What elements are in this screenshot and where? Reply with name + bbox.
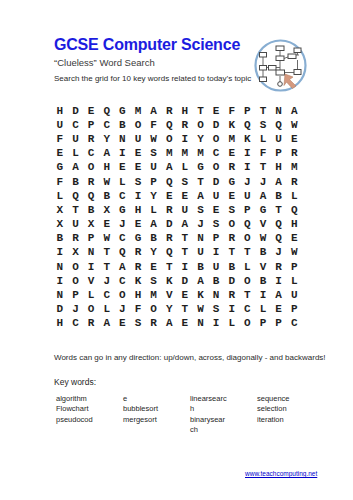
- key-word: Flowchart: [56, 404, 123, 414]
- grid-cell: T: [177, 303, 193, 317]
- grid-cell: O: [146, 303, 162, 317]
- grid-cell: L: [177, 161, 193, 175]
- grid-cell: E: [161, 189, 177, 203]
- grid-cell: W: [286, 118, 302, 132]
- grid-cell: A: [271, 288, 287, 302]
- grid-cell: A: [271, 175, 287, 189]
- grid-cell: X: [99, 203, 115, 217]
- grid-cell: U: [68, 132, 84, 146]
- grid-cell: I: [52, 246, 68, 260]
- grid-cell: U: [208, 260, 224, 274]
- grid-cell: E: [99, 218, 115, 232]
- grid-cell: U: [130, 132, 146, 146]
- grid-cell: R: [271, 260, 287, 274]
- grid-cell: O: [68, 274, 84, 288]
- grid-cell: A: [286, 104, 302, 118]
- grid-cell: E: [130, 218, 146, 232]
- grid-cell: O: [130, 118, 146, 132]
- page-title: GCSE Computer Science: [54, 36, 240, 54]
- grid-cell: K: [161, 274, 177, 288]
- grid-cell: T: [224, 246, 240, 260]
- grid-cell: A: [161, 317, 177, 331]
- grid-cell: P: [286, 303, 302, 317]
- page-subtitle: “Clueless” Word Search: [54, 57, 155, 68]
- grid-cell: L: [68, 147, 84, 161]
- grid-cell: E: [83, 104, 99, 118]
- grid-cell: F: [146, 118, 162, 132]
- grid-cell: T: [99, 246, 115, 260]
- grid-cell: U: [68, 218, 84, 232]
- grid-cell: S: [146, 274, 162, 288]
- grid-cell: B: [68, 175, 84, 189]
- grid-cell: G: [52, 161, 68, 175]
- grid-cell: S: [224, 203, 240, 217]
- worksheet-page: GCSE Computer Science “Clueless” Word Se…: [0, 0, 353, 500]
- grid-cell: W: [99, 232, 115, 246]
- grid-cell: A: [146, 104, 162, 118]
- grid-cell: B: [115, 118, 131, 132]
- grid-cell: Y: [161, 303, 177, 317]
- grid-cell: P: [271, 147, 287, 161]
- grid-cell: R: [161, 104, 177, 118]
- grid-cell: C: [83, 147, 99, 161]
- grid-cell: T: [240, 288, 256, 302]
- grid-cell: M: [130, 104, 146, 118]
- instruction-text: Search the grid for 10 key words related…: [54, 74, 251, 83]
- grid-cell: M: [177, 147, 193, 161]
- grid-cell: I: [224, 303, 240, 317]
- grid-cell: E: [224, 147, 240, 161]
- grid-cell: R: [68, 232, 84, 246]
- grid-cell: S: [130, 317, 146, 331]
- grid-cell: T: [193, 175, 209, 189]
- grid-cell: E: [208, 104, 224, 118]
- grid-cell: R: [161, 232, 177, 246]
- grid-cell: J: [115, 303, 131, 317]
- grid-cell: D: [208, 118, 224, 132]
- grid-cell: A: [255, 189, 271, 203]
- key-word: binarysear: [190, 415, 257, 425]
- grid-cell: W: [193, 303, 209, 317]
- grid-cell: A: [99, 317, 115, 331]
- grid-cell: Q: [240, 218, 256, 232]
- grid-cell: V: [255, 218, 271, 232]
- key-word: h: [190, 404, 257, 414]
- grid-cell: U: [177, 203, 193, 217]
- grid-cell: E: [286, 232, 302, 246]
- grid-cell: H: [130, 288, 146, 302]
- grid-cell: D: [177, 274, 193, 288]
- grid-cell: X: [83, 218, 99, 232]
- grid-cell: A: [115, 260, 131, 274]
- grid-cell: P: [83, 232, 99, 246]
- grid-cell: I: [271, 274, 287, 288]
- grid-cell: I: [115, 147, 131, 161]
- key-word: ch: [190, 425, 257, 435]
- grid-cell: P: [255, 317, 271, 331]
- grid-cell: T: [177, 232, 193, 246]
- grid-cell: G: [193, 161, 209, 175]
- grid-cell: I: [240, 161, 256, 175]
- grid-cell: P: [271, 317, 287, 331]
- grid-cell: S: [177, 175, 193, 189]
- key-word: e: [123, 394, 190, 404]
- grid-cell: U: [240, 189, 256, 203]
- grid-cell: O: [83, 303, 99, 317]
- grid-cell: S: [130, 175, 146, 189]
- grid-cell: N: [193, 232, 209, 246]
- grid-cell: E: [115, 317, 131, 331]
- grid-cell: M: [286, 161, 302, 175]
- grid-cell: T: [177, 246, 193, 260]
- grid-cell: I: [177, 132, 193, 146]
- grid-cell: T: [255, 104, 271, 118]
- grid-cell: G: [255, 203, 271, 217]
- key-word: sequence: [257, 394, 324, 404]
- key-words-list: algorithmFlowchartpseudocodebubblesortme…: [56, 394, 326, 436]
- grid-cell: D: [52, 303, 68, 317]
- key-words-column: linearsearchbinarysearch: [190, 394, 257, 436]
- grid-cell: J: [115, 218, 131, 232]
- grid-cell: P: [240, 104, 256, 118]
- grid-cell: A: [193, 274, 209, 288]
- grid-cell: Q: [286, 203, 302, 217]
- grid-cell: F: [52, 175, 68, 189]
- grid-cell: H: [52, 104, 68, 118]
- grid-cell: R: [286, 175, 302, 189]
- grid-cell: A: [177, 218, 193, 232]
- grid-cell: E: [52, 147, 68, 161]
- grid-cell: K: [240, 132, 256, 146]
- grid-cell: O: [208, 132, 224, 146]
- grid-cell: E: [224, 189, 240, 203]
- grid-cell: J: [68, 303, 84, 317]
- grid-cell: R: [161, 203, 177, 217]
- grid-cell: U: [146, 161, 162, 175]
- grid-cell: A: [68, 161, 84, 175]
- grid-cell: L: [52, 189, 68, 203]
- grid-cell: E: [130, 147, 146, 161]
- grid-cell: B: [255, 246, 271, 260]
- grid-cell: S: [208, 218, 224, 232]
- grid-cell: I: [83, 260, 99, 274]
- grid-cell: Q: [271, 118, 287, 132]
- grid-cell: O: [83, 161, 99, 175]
- grid-cell: J: [255, 175, 271, 189]
- grid-cell: T: [240, 246, 256, 260]
- grid-cell: R: [224, 288, 240, 302]
- grid-cell: V: [83, 274, 99, 288]
- grid-cell: H: [177, 104, 193, 118]
- grid-cell: A: [193, 189, 209, 203]
- grid-cell: U: [271, 132, 287, 146]
- grid-cell: K: [224, 118, 240, 132]
- grid-cell: C: [99, 288, 115, 302]
- grid-cell: Q: [161, 246, 177, 260]
- grid-cell: L: [115, 175, 131, 189]
- grid-cell: L: [255, 303, 271, 317]
- grid-cell: M: [161, 147, 177, 161]
- grid-cell: T: [99, 260, 115, 274]
- grid-cell: U: [286, 288, 302, 302]
- key-word: selection: [257, 404, 324, 414]
- grid-cell: C: [115, 274, 131, 288]
- grid-cell: P: [83, 118, 99, 132]
- grid-cell: N: [271, 104, 287, 118]
- grid-cell: A: [161, 161, 177, 175]
- grid-cell: J: [271, 246, 287, 260]
- grid-cell: W: [99, 175, 115, 189]
- grid-cell: E: [146, 260, 162, 274]
- grid-cell: C: [115, 232, 131, 246]
- grid-cell: Y: [99, 132, 115, 146]
- grid-cell: H: [271, 161, 287, 175]
- grid-cell: Q: [68, 189, 84, 203]
- grid-cell: U: [193, 246, 209, 260]
- grid-cell: R: [224, 161, 240, 175]
- grid-cell: E: [177, 317, 193, 331]
- grid-cell: I: [255, 288, 271, 302]
- word-search-grid: HDEQGMARHTEFPTNAUCPCBOFQRODKQSQWFURYNUWO…: [52, 104, 302, 331]
- grid-cell: O: [68, 260, 84, 274]
- grid-cell: R: [83, 175, 99, 189]
- grid-cell: H: [52, 317, 68, 331]
- grid-cell: V: [161, 288, 177, 302]
- grid-cell: Q: [83, 189, 99, 203]
- grid-cell: T: [193, 104, 209, 118]
- grid-cell: G: [115, 104, 131, 118]
- key-words-column: ebubblesortmergesort: [123, 394, 190, 436]
- grid-cell: S: [255, 118, 271, 132]
- grid-cell: S: [193, 203, 209, 217]
- grid-cell: J: [240, 175, 256, 189]
- grid-cell: O: [208, 161, 224, 175]
- grid-cell: X: [52, 218, 68, 232]
- grid-cell: K: [130, 274, 146, 288]
- flowchart-logo-icon: [253, 38, 308, 93]
- grid-cell: B: [83, 203, 99, 217]
- grid-cell: W: [146, 132, 162, 146]
- grid-cell: R: [130, 246, 146, 260]
- grid-cell: B: [99, 189, 115, 203]
- key-words-column: sequenceselectioniteration: [257, 394, 324, 436]
- grid-cell: F: [52, 132, 68, 146]
- grid-cell: F: [224, 104, 240, 118]
- key-words-column: algorithmFlowchartpseudocod: [56, 394, 123, 436]
- grid-cell: A: [146, 218, 162, 232]
- grid-cell: C: [208, 147, 224, 161]
- grid-cell: H: [130, 203, 146, 217]
- grid-cell: P: [146, 175, 162, 189]
- grid-cell: B: [255, 274, 271, 288]
- grid-cell: G: [115, 203, 131, 217]
- key-word: linearsearc: [190, 394, 257, 404]
- grid-cell: B: [146, 232, 162, 246]
- grid-cell: K: [193, 288, 209, 302]
- grid-cell: H: [286, 218, 302, 232]
- grid-cell: O: [193, 118, 209, 132]
- grid-cell: O: [240, 232, 256, 246]
- grid-cell: C: [99, 118, 115, 132]
- grid-cell: X: [52, 203, 68, 217]
- grid-cell: R: [224, 232, 240, 246]
- grid-cell: L: [255, 132, 271, 146]
- key-word: iteration: [257, 415, 324, 425]
- grid-cell: F: [255, 147, 271, 161]
- grid-cell: B: [271, 189, 287, 203]
- grid-cell: C: [286, 317, 302, 331]
- grid-cell: P: [240, 203, 256, 217]
- grid-cell: D: [68, 104, 84, 118]
- grid-cell: H: [99, 161, 115, 175]
- grid-cell: B: [193, 260, 209, 274]
- grid-cell: N: [115, 132, 131, 146]
- grid-cell: L: [240, 260, 256, 274]
- grid-cell: J: [99, 274, 115, 288]
- grid-cell: I: [240, 147, 256, 161]
- grid-cell: R: [83, 317, 99, 331]
- grid-cell: R: [286, 147, 302, 161]
- grid-cell: O: [224, 218, 240, 232]
- grid-cell: X: [68, 246, 84, 260]
- grid-cell: S: [208, 303, 224, 317]
- direction-note: Words can go in any direction: up/down, …: [54, 353, 326, 362]
- grid-cell: L: [83, 288, 99, 302]
- key-words-label: Key words:: [54, 377, 96, 387]
- grid-cell: W: [286, 246, 302, 260]
- grid-cell: N: [52, 288, 68, 302]
- grid-cell: O: [240, 274, 256, 288]
- grid-cell: L: [286, 274, 302, 288]
- grid-cell: N: [208, 288, 224, 302]
- grid-cell: M: [193, 147, 209, 161]
- grid-cell: B: [52, 232, 68, 246]
- key-word: bubblesort: [123, 404, 190, 414]
- grid-cell: E: [130, 161, 146, 175]
- grid-cell: O: [115, 288, 131, 302]
- grid-cell: L: [286, 189, 302, 203]
- grid-cell: R: [130, 260, 146, 274]
- grid-cell: N: [52, 260, 68, 274]
- footer-link[interactable]: www.teachcomputing.net: [245, 470, 317, 477]
- grid-cell: L: [99, 303, 115, 317]
- grid-cell: L: [224, 317, 240, 331]
- grid-cell: E: [208, 203, 224, 217]
- grid-cell: B: [224, 260, 240, 274]
- grid-cell: E: [177, 189, 193, 203]
- grid-cell: C: [115, 189, 131, 203]
- grid-cell: G: [130, 232, 146, 246]
- grid-cell: G: [224, 175, 240, 189]
- key-word: pseudocod: [56, 415, 123, 425]
- grid-cell: I: [208, 317, 224, 331]
- grid-cell: D: [208, 175, 224, 189]
- grid-cell: Q: [115, 246, 131, 260]
- grid-cell: I: [130, 189, 146, 203]
- grid-cell: Q: [271, 218, 287, 232]
- grid-cell: D: [224, 274, 240, 288]
- grid-cell: W: [255, 232, 271, 246]
- grid-cell: T: [255, 161, 271, 175]
- grid-cell: Y: [146, 189, 162, 203]
- grid-cell: C: [68, 317, 84, 331]
- grid-cell: S: [146, 147, 162, 161]
- grid-cell: P: [68, 288, 84, 302]
- grid-cell: Y: [146, 246, 162, 260]
- grid-cell: V: [255, 260, 271, 274]
- grid-cell: E: [271, 303, 287, 317]
- grid-cell: F: [130, 303, 146, 317]
- grid-cell: M: [146, 288, 162, 302]
- grid-cell: R: [146, 317, 162, 331]
- grid-cell: M: [224, 132, 240, 146]
- grid-cell: T: [161, 260, 177, 274]
- grid-cell: O: [161, 132, 177, 146]
- grid-cell: U: [208, 189, 224, 203]
- grid-cell: Q: [161, 118, 177, 132]
- grid-cell: Q: [99, 104, 115, 118]
- grid-cell: R: [83, 132, 99, 146]
- grid-cell: L: [146, 203, 162, 217]
- grid-cell: I: [208, 246, 224, 260]
- grid-cell: C: [240, 303, 256, 317]
- grid-cell: U: [52, 118, 68, 132]
- grid-cell: T: [68, 203, 84, 217]
- grid-cell: B: [208, 274, 224, 288]
- grid-cell: O: [240, 317, 256, 331]
- key-word: mergesort: [123, 415, 190, 425]
- grid-cell: Q: [240, 118, 256, 132]
- grid-cell: A: [99, 147, 115, 161]
- grid-cell: E: [115, 161, 131, 175]
- grid-cell: I: [52, 274, 68, 288]
- grid-cell: N: [193, 317, 209, 331]
- grid-cell: P: [286, 260, 302, 274]
- grid-cell: T: [271, 203, 287, 217]
- key-word: algorithm: [56, 394, 123, 404]
- grid-cell: E: [286, 132, 302, 146]
- grid-cell: N: [83, 246, 99, 260]
- grid-cell: Q: [161, 175, 177, 189]
- grid-cell: P: [208, 232, 224, 246]
- grid-cell: Q: [271, 232, 287, 246]
- grid-cell: D: [161, 218, 177, 232]
- grid-cell: J: [193, 218, 209, 232]
- grid-cell: C: [68, 118, 84, 132]
- grid-cell: I: [177, 260, 193, 274]
- grid-cell: R: [177, 118, 193, 132]
- grid-cell: E: [177, 288, 193, 302]
- grid-cell: Y: [193, 132, 209, 146]
